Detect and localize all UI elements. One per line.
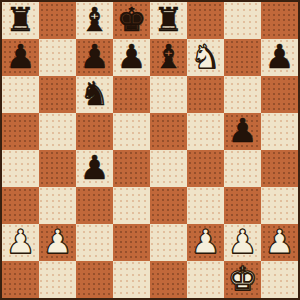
square-h5[interactable] bbox=[261, 113, 298, 150]
square-g4[interactable] bbox=[224, 150, 261, 187]
square-f2[interactable]: ♟ bbox=[187, 224, 224, 261]
black-pawn-d7[interactable]: ♟ bbox=[117, 40, 147, 73]
black-knight-c6[interactable]: ♞ bbox=[80, 77, 110, 110]
square-c4[interactable]: ♟ bbox=[76, 150, 113, 187]
white-pawn-b2[interactable]: ♟ bbox=[43, 225, 73, 258]
square-g2[interactable]: ♟ bbox=[224, 224, 261, 261]
square-e1[interactable] bbox=[150, 261, 187, 298]
black-bishop-c8[interactable]: ♝ bbox=[80, 3, 110, 36]
square-b7[interactable] bbox=[39, 39, 76, 76]
square-d1[interactable] bbox=[113, 261, 150, 298]
square-h4[interactable] bbox=[261, 150, 298, 187]
square-f1[interactable] bbox=[187, 261, 224, 298]
square-a7[interactable]: ♟ bbox=[2, 39, 39, 76]
square-e7[interactable]: ♝ bbox=[150, 39, 187, 76]
square-f8[interactable] bbox=[187, 2, 224, 39]
square-g3[interactable] bbox=[224, 187, 261, 224]
white-pawn-f2[interactable]: ♟ bbox=[191, 225, 221, 258]
square-d7[interactable]: ♟ bbox=[113, 39, 150, 76]
square-g6[interactable] bbox=[224, 76, 261, 113]
square-a3[interactable] bbox=[2, 187, 39, 224]
square-c6[interactable]: ♞ bbox=[76, 76, 113, 113]
black-rook-a8[interactable]: ♜ bbox=[6, 3, 36, 36]
black-bishop-e7[interactable]: ♝ bbox=[154, 40, 184, 73]
square-b3[interactable] bbox=[39, 187, 76, 224]
square-f7[interactable]: ♞ bbox=[187, 39, 224, 76]
square-e5[interactable] bbox=[150, 113, 187, 150]
square-a8[interactable]: ♜ bbox=[2, 2, 39, 39]
square-f3[interactable] bbox=[187, 187, 224, 224]
square-g7[interactable] bbox=[224, 39, 261, 76]
square-h8[interactable] bbox=[261, 2, 298, 39]
square-h1[interactable] bbox=[261, 261, 298, 298]
square-f6[interactable] bbox=[187, 76, 224, 113]
white-king-g1[interactable]: ♚ bbox=[228, 262, 258, 295]
square-c1[interactable] bbox=[76, 261, 113, 298]
square-e6[interactable] bbox=[150, 76, 187, 113]
square-d4[interactable] bbox=[113, 150, 150, 187]
black-rook-e8[interactable]: ♜ bbox=[154, 3, 184, 36]
square-c5[interactable] bbox=[76, 113, 113, 150]
square-e3[interactable] bbox=[150, 187, 187, 224]
white-pawn-g2[interactable]: ♟ bbox=[228, 225, 258, 258]
square-b6[interactable] bbox=[39, 76, 76, 113]
square-a2[interactable]: ♟ bbox=[2, 224, 39, 261]
square-d6[interactable] bbox=[113, 76, 150, 113]
white-pawn-a2[interactable]: ♟ bbox=[6, 225, 36, 258]
square-b1[interactable] bbox=[39, 261, 76, 298]
black-king-d8[interactable]: ♚ bbox=[117, 3, 147, 36]
square-e8[interactable]: ♜ bbox=[150, 2, 187, 39]
black-pawn-c7[interactable]: ♟ bbox=[80, 40, 110, 73]
square-g8[interactable] bbox=[224, 2, 261, 39]
square-a5[interactable] bbox=[2, 113, 39, 150]
square-e4[interactable] bbox=[150, 150, 187, 187]
square-c8[interactable]: ♝ bbox=[76, 2, 113, 39]
square-g5[interactable]: ♟ bbox=[224, 113, 261, 150]
square-h3[interactable] bbox=[261, 187, 298, 224]
square-h6[interactable] bbox=[261, 76, 298, 113]
square-b8[interactable] bbox=[39, 2, 76, 39]
square-a6[interactable] bbox=[2, 76, 39, 113]
square-f4[interactable] bbox=[187, 150, 224, 187]
black-pawn-c4[interactable]: ♟ bbox=[80, 151, 110, 184]
square-h2[interactable]: ♟ bbox=[261, 224, 298, 261]
square-d2[interactable] bbox=[113, 224, 150, 261]
square-e2[interactable] bbox=[150, 224, 187, 261]
white-pawn-h2[interactable]: ♟ bbox=[265, 225, 295, 258]
square-b4[interactable] bbox=[39, 150, 76, 187]
square-a4[interactable] bbox=[2, 150, 39, 187]
black-pawn-h7[interactable]: ♟ bbox=[265, 40, 295, 73]
black-pawn-a7[interactable]: ♟ bbox=[6, 40, 36, 73]
square-h7[interactable]: ♟ bbox=[261, 39, 298, 76]
square-d3[interactable] bbox=[113, 187, 150, 224]
chess-board: ♜♝♚♜♟♟♟♝♞♟♞♟♟♟♟♟♟♟♚ bbox=[0, 0, 300, 300]
square-c7[interactable]: ♟ bbox=[76, 39, 113, 76]
square-g1[interactable]: ♚ bbox=[224, 261, 261, 298]
black-pawn-g5[interactable]: ♟ bbox=[228, 114, 258, 147]
square-d5[interactable] bbox=[113, 113, 150, 150]
white-knight-f7[interactable]: ♞ bbox=[191, 40, 221, 73]
square-b2[interactable]: ♟ bbox=[39, 224, 76, 261]
square-d8[interactable]: ♚ bbox=[113, 2, 150, 39]
square-c3[interactable] bbox=[76, 187, 113, 224]
square-b5[interactable] bbox=[39, 113, 76, 150]
square-f5[interactable] bbox=[187, 113, 224, 150]
square-c2[interactable] bbox=[76, 224, 113, 261]
square-a1[interactable] bbox=[2, 261, 39, 298]
